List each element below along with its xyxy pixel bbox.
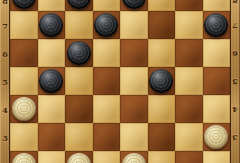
square-h3[interactable]: [203, 123, 231, 151]
square-b3[interactable]: [38, 123, 66, 151]
square-b5[interactable]: [38, 67, 66, 95]
square-h2[interactable]: [203, 151, 231, 163]
square-f3[interactable]: [148, 123, 176, 151]
square-d8[interactable]: [93, 0, 121, 11]
rank-label-8-right: 8: [230, 0, 240, 5]
white-man-e2[interactable]: [122, 153, 146, 163]
square-a2[interactable]: [10, 151, 38, 163]
square-f5[interactable]: [148, 67, 176, 95]
black-man-d7[interactable]: [94, 13, 118, 37]
rank-label-4-left: 4: [0, 106, 10, 114]
square-f4[interactable]: [148, 95, 176, 123]
rank-label-6-left: 6: [0, 50, 10, 58]
rank-label-3-right: 3: [230, 134, 240, 142]
square-b2[interactable]: [38, 151, 66, 163]
white-man-c2[interactable]: [67, 153, 91, 163]
square-b7[interactable]: [38, 11, 66, 39]
square-g4[interactable]: [175, 95, 203, 123]
square-a4[interactable]: [10, 95, 38, 123]
square-f8[interactable]: [148, 0, 176, 11]
black-man-e8[interactable]: [122, 0, 146, 9]
square-b8[interactable]: [38, 0, 66, 11]
square-c8[interactable]: [65, 0, 93, 11]
square-f2[interactable]: [148, 151, 176, 163]
black-man-b7[interactable]: [39, 13, 63, 37]
square-g2[interactable]: [175, 151, 203, 163]
checkers-board: [10, 0, 230, 163]
square-c2[interactable]: [65, 151, 93, 163]
rank-label-7-left: 7: [0, 22, 10, 30]
square-e8[interactable]: [120, 0, 148, 11]
square-c3[interactable]: [65, 123, 93, 151]
square-d7[interactable]: [93, 11, 121, 39]
square-h8[interactable]: [203, 0, 231, 11]
square-h6[interactable]: [203, 39, 231, 67]
white-man-h3[interactable]: [204, 125, 228, 149]
square-d6[interactable]: [93, 39, 121, 67]
board-viewport: 876543 876543: [0, 0, 240, 163]
square-d3[interactable]: [93, 123, 121, 151]
square-b6[interactable]: [38, 39, 66, 67]
black-man-f5[interactable]: [149, 69, 173, 93]
square-a3[interactable]: [10, 123, 38, 151]
square-g5[interactable]: [175, 67, 203, 95]
square-g6[interactable]: [175, 39, 203, 67]
square-g3[interactable]: [175, 123, 203, 151]
board-frame-right: 876543: [230, 0, 240, 163]
square-d4[interactable]: [93, 95, 121, 123]
white-man-a2[interactable]: [12, 153, 36, 163]
white-man-a4[interactable]: [12, 97, 36, 121]
square-b4[interactable]: [38, 95, 66, 123]
square-h4[interactable]: [203, 95, 231, 123]
square-a7[interactable]: [10, 11, 38, 39]
square-c5[interactable]: [65, 67, 93, 95]
rank-label-5-right: 5: [230, 78, 240, 86]
black-man-c8[interactable]: [67, 0, 91, 9]
black-man-h7[interactable]: [204, 13, 228, 37]
square-a5[interactable]: [10, 67, 38, 95]
square-e2[interactable]: [120, 151, 148, 163]
square-f6[interactable]: [148, 39, 176, 67]
black-man-c6[interactable]: [67, 41, 91, 65]
square-e5[interactable]: [120, 67, 148, 95]
square-a8[interactable]: [10, 0, 38, 11]
square-c6[interactable]: [65, 39, 93, 67]
square-c7[interactable]: [65, 11, 93, 39]
square-e3[interactable]: [120, 123, 148, 151]
square-e7[interactable]: [120, 11, 148, 39]
square-h7[interactable]: [203, 11, 231, 39]
rank-label-6-right: 6: [230, 50, 240, 58]
rank-label-8-left: 8: [0, 0, 10, 5]
square-e4[interactable]: [120, 95, 148, 123]
black-man-a8[interactable]: [12, 0, 36, 9]
rank-label-4-right: 4: [230, 106, 240, 114]
square-a6[interactable]: [10, 39, 38, 67]
square-e6[interactable]: [120, 39, 148, 67]
square-c4[interactable]: [65, 95, 93, 123]
square-g8[interactable]: [175, 0, 203, 11]
square-d5[interactable]: [93, 67, 121, 95]
rank-label-5-left: 5: [0, 78, 10, 86]
rank-label-7-right: 7: [230, 22, 240, 30]
square-g7[interactable]: [175, 11, 203, 39]
board-frame-left: 876543: [0, 0, 10, 163]
square-f7[interactable]: [148, 11, 176, 39]
black-man-b5[interactable]: [39, 69, 63, 93]
square-h5[interactable]: [203, 67, 231, 95]
rank-label-3-left: 3: [0, 134, 10, 142]
square-d2[interactable]: [93, 151, 121, 163]
